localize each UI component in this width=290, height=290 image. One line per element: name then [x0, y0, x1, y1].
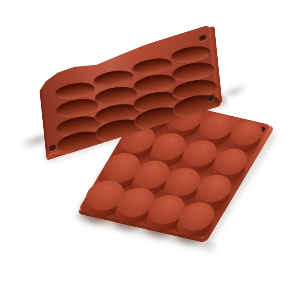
front-mold-bump-grid [0, 0, 290, 290]
product-photo-scene [0, 0, 290, 290]
